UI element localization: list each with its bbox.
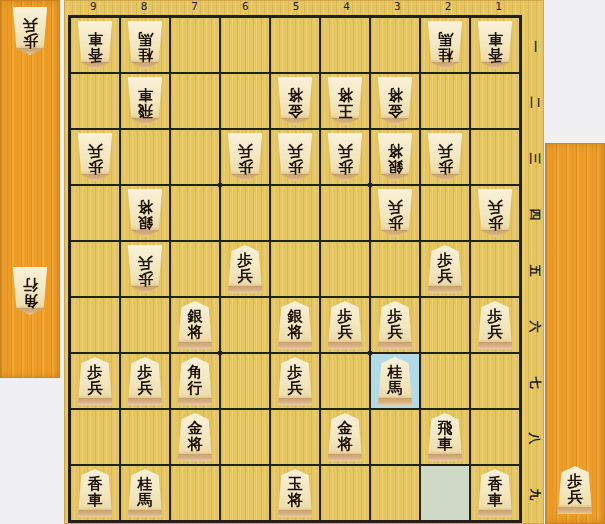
- hoshi-dot: [368, 183, 373, 188]
- square-3八[interactable]: [371, 410, 419, 464]
- square-4四[interactable]: [321, 186, 369, 240]
- square-9四[interactable]: [71, 186, 119, 240]
- piece-kanji: 飛車: [438, 420, 453, 452]
- piece-kanji: 飛車: [138, 87, 153, 119]
- square-9九[interactable]: 香車: [71, 466, 119, 520]
- square-5三[interactable]: 歩兵: [271, 130, 319, 184]
- square-2一[interactable]: 桂馬: [421, 18, 469, 72]
- rank-label-7: 七: [524, 354, 543, 410]
- square-9六[interactable]: [71, 298, 119, 352]
- sente-pawn[interactable]: 歩兵: [425, 245, 465, 293]
- file-label-8: 8: [119, 0, 170, 15]
- sente-rook[interactable]: 飛車: [425, 413, 465, 461]
- gote-lance[interactable]: 香車: [75, 21, 115, 69]
- square-4八[interactable]: 金将: [321, 410, 369, 464]
- square-7二[interactable]: [171, 74, 219, 128]
- piece-kanji: 歩兵: [388, 199, 403, 231]
- square-1九[interactable]: 香車: [471, 466, 519, 520]
- piece-kanji: 歩兵: [338, 308, 353, 340]
- square-1五[interactable]: [471, 242, 519, 296]
- piece-kanji: 歩兵: [288, 143, 303, 175]
- sente-pawn[interactable]: 歩兵: [275, 357, 315, 405]
- square-3二[interactable]: 金将: [371, 74, 419, 128]
- piece-kanji: 桂馬: [138, 31, 153, 63]
- piece-kanji: 香車: [88, 476, 103, 508]
- square-8二[interactable]: 飛車: [121, 74, 169, 128]
- gote-pawn[interactable]: 歩兵: [275, 133, 315, 181]
- square-5九[interactable]: 玉将: [271, 466, 319, 520]
- gote-pawn[interactable]: 歩兵: [125, 245, 165, 293]
- square-2三[interactable]: 歩兵: [421, 130, 469, 184]
- square-3九[interactable]: [371, 466, 419, 520]
- piece-kanji: 歩兵: [88, 364, 103, 396]
- piece-kanji: 香車: [88, 31, 103, 63]
- gote-knight[interactable]: 桂馬: [425, 21, 465, 69]
- square-1八[interactable]: [471, 410, 519, 464]
- square-8七[interactable]: 歩兵: [121, 354, 169, 408]
- gote-silver[interactable]: 銀将: [375, 133, 415, 181]
- hoshi-dot: [218, 183, 223, 188]
- square-4九[interactable]: [321, 466, 369, 520]
- square-6九[interactable]: [221, 466, 269, 520]
- square-4七[interactable]: [321, 354, 369, 408]
- sente-gold[interactable]: 金将: [175, 413, 215, 461]
- square-6七[interactable]: [221, 354, 269, 408]
- piece-kanji: 桂馬: [438, 31, 453, 63]
- gote-hand-stand: 歩兵角行: [0, 0, 60, 378]
- square-1七[interactable]: [471, 354, 519, 408]
- hoshi-dot: [218, 351, 223, 356]
- square-7五[interactable]: [171, 242, 219, 296]
- piece-kanji: 銀将: [138, 199, 153, 231]
- square-4三[interactable]: 歩兵: [321, 130, 369, 184]
- piece-kanji: 歩兵: [238, 252, 253, 284]
- file-label-3: 3: [372, 0, 423, 15]
- square-2五[interactable]: 歩兵: [421, 242, 469, 296]
- file-labels: 987654321: [68, 0, 524, 15]
- square-5五[interactable]: [271, 242, 319, 296]
- square-3六[interactable]: 歩兵: [371, 298, 419, 352]
- square-1一[interactable]: 香車: [471, 18, 519, 72]
- board-grid: 香車桂馬桂馬香車飛車金将王将金将歩兵歩兵歩兵歩兵銀将歩兵銀将歩兵歩兵歩兵歩兵歩兵…: [68, 15, 522, 523]
- square-8八[interactable]: [121, 410, 169, 464]
- square-7六[interactable]: 銀将: [171, 298, 219, 352]
- square-6三[interactable]: 歩兵: [221, 130, 269, 184]
- square-7三[interactable]: [171, 130, 219, 184]
- piece-kanji: 金将: [288, 87, 303, 119]
- piece-kanji: 歩兵: [138, 364, 153, 396]
- piece-kanji: 王将: [338, 87, 353, 119]
- rank-label-5: 五: [524, 242, 543, 298]
- file-label-2: 2: [423, 0, 474, 15]
- square-2四[interactable]: [421, 186, 469, 240]
- square-8一[interactable]: 桂馬: [121, 18, 169, 72]
- sente-pawn[interactable]: 歩兵: [325, 301, 365, 349]
- gote-pawn[interactable]: 歩兵: [475, 189, 515, 237]
- gote-pawn[interactable]: 歩兵: [325, 133, 365, 181]
- piece-kanji: 歩兵: [88, 143, 103, 175]
- gote-silver[interactable]: 銀将: [125, 189, 165, 237]
- rank-label-9: 九: [524, 466, 543, 522]
- sente-pawn[interactable]: 歩兵: [75, 357, 115, 405]
- sente-king[interactable]: 玉将: [275, 469, 315, 517]
- square-6五[interactable]: 歩兵: [221, 242, 269, 296]
- gote-gold[interactable]: 金将: [375, 77, 415, 125]
- rank-label-1: 一: [524, 18, 543, 74]
- sente-hand-pawn[interactable]: 歩兵: [555, 466, 595, 514]
- sente-silver[interactable]: 銀将: [175, 301, 215, 349]
- sente-hand-stand: 歩兵: [545, 143, 605, 524]
- file-label-6: 6: [220, 0, 271, 15]
- square-5八[interactable]: [271, 410, 319, 464]
- piece-kanji: 桂馬: [138, 476, 153, 508]
- gote-pawn[interactable]: 歩兵: [225, 133, 265, 181]
- square-3三[interactable]: 銀将: [371, 130, 419, 184]
- square-2六[interactable]: [421, 298, 469, 352]
- square-6二[interactable]: [221, 74, 269, 128]
- piece-kanji: 銀将: [388, 143, 403, 175]
- piece-kanji: 歩兵: [238, 143, 253, 175]
- square-8四[interactable]: 銀将: [121, 186, 169, 240]
- square-5二[interactable]: 金将: [271, 74, 319, 128]
- gote-pawn[interactable]: 歩兵: [75, 133, 115, 181]
- gote-knight[interactable]: 桂馬: [125, 21, 165, 69]
- file-label-4: 4: [321, 0, 372, 15]
- square-9二[interactable]: [71, 74, 119, 128]
- square-4六[interactable]: 歩兵: [321, 298, 369, 352]
- piece-kanji: 歩兵: [488, 308, 503, 340]
- square-1六[interactable]: 歩兵: [471, 298, 519, 352]
- square-4二[interactable]: 王将: [321, 74, 369, 128]
- square-1三[interactable]: [471, 130, 519, 184]
- gote-hand-bishop[interactable]: 角行: [10, 267, 50, 315]
- square-4一[interactable]: [321, 18, 369, 72]
- square-6四[interactable]: [221, 186, 269, 240]
- square-8三[interactable]: [121, 130, 169, 184]
- sente-pawn[interactable]: 歩兵: [375, 301, 415, 349]
- piece-kanji: 銀将: [288, 308, 303, 340]
- square-9七[interactable]: 歩兵: [71, 354, 119, 408]
- square-3四[interactable]: 歩兵: [371, 186, 419, 240]
- square-2二[interactable]: [421, 74, 469, 128]
- square-8六[interactable]: [121, 298, 169, 352]
- shogi-board: 987654321 香車桂馬桂馬香車飛車金将王将金将歩兵歩兵歩兵歩兵銀将歩兵銀将…: [64, 0, 544, 524]
- piece-kanji: 香車: [488, 476, 503, 508]
- square-6六[interactable]: [221, 298, 269, 352]
- sente-pawn[interactable]: 歩兵: [125, 357, 165, 405]
- square-7七[interactable]: 角行: [171, 354, 219, 408]
- square-7四[interactable]: [171, 186, 219, 240]
- square-7八[interactable]: 金将: [171, 410, 219, 464]
- square-9五[interactable]: [71, 242, 119, 296]
- square-8九[interactable]: 桂馬: [121, 466, 169, 520]
- sente-knight[interactable]: 桂馬: [375, 357, 415, 405]
- piece-kanji: 角行: [188, 364, 203, 396]
- piece-kanji: 歩兵: [388, 308, 403, 340]
- gote-lance[interactable]: 香車: [475, 21, 515, 69]
- piece-kanji: 銀将: [188, 308, 203, 340]
- piece-kanji: 桂馬: [388, 364, 403, 396]
- gote-rook[interactable]: 飛車: [125, 77, 165, 125]
- piece-kanji: 歩兵: [288, 364, 303, 396]
- file-label-9: 9: [68, 0, 119, 15]
- rank-label-6: 六: [524, 298, 543, 354]
- square-5六[interactable]: 銀将: [271, 298, 319, 352]
- sente-pawn[interactable]: 歩兵: [475, 301, 515, 349]
- file-label-1: 1: [473, 0, 524, 15]
- sente-knight[interactable]: 桂馬: [125, 469, 165, 517]
- gote-pawn[interactable]: 歩兵: [425, 133, 465, 181]
- rank-label-2: 二: [524, 74, 543, 130]
- square-8五[interactable]: 歩兵: [121, 242, 169, 296]
- gote-pawn[interactable]: 歩兵: [375, 189, 415, 237]
- file-label-7: 7: [169, 0, 220, 15]
- square-2八[interactable]: 飛車: [421, 410, 469, 464]
- square-9三[interactable]: 歩兵: [71, 130, 119, 184]
- rank-label-3: 三: [524, 130, 543, 186]
- square-2九[interactable]: [421, 466, 469, 520]
- square-1二[interactable]: [471, 74, 519, 128]
- piece-kanji: 歩兵: [568, 473, 583, 505]
- gote-king[interactable]: 王将: [325, 77, 365, 125]
- gote-gold[interactable]: 金将: [275, 77, 315, 125]
- square-6一[interactable]: [221, 18, 269, 72]
- piece-kanji: 金将: [388, 87, 403, 119]
- rank-label-8: 八: [524, 410, 543, 466]
- square-5四[interactable]: [271, 186, 319, 240]
- sente-pawn[interactable]: 歩兵: [225, 245, 265, 293]
- sente-silver[interactable]: 銀将: [275, 301, 315, 349]
- square-3五[interactable]: [371, 242, 419, 296]
- square-6八[interactable]: [221, 410, 269, 464]
- square-9八[interactable]: [71, 410, 119, 464]
- square-2七[interactable]: [421, 354, 469, 408]
- hoshi-dot: [368, 351, 373, 356]
- file-label-5: 5: [271, 0, 322, 15]
- square-7九[interactable]: [171, 466, 219, 520]
- square-5七[interactable]: 歩兵: [271, 354, 319, 408]
- square-5一[interactable]: [271, 18, 319, 72]
- piece-kanji: 香車: [488, 31, 503, 63]
- piece-kanji: 歩兵: [438, 252, 453, 284]
- piece-kanji: 歩兵: [438, 143, 453, 175]
- piece-kanji: 金将: [338, 420, 353, 452]
- piece-kanji: 歩兵: [23, 17, 38, 49]
- sente-lance[interactable]: 香車: [475, 469, 515, 517]
- square-1四[interactable]: 歩兵: [471, 186, 519, 240]
- sente-gold[interactable]: 金将: [325, 413, 365, 461]
- piece-kanji: 歩兵: [138, 255, 153, 287]
- gote-hand-pawn[interactable]: 歩兵: [10, 7, 50, 55]
- square-3七[interactable]: 桂馬: [371, 354, 419, 408]
- sente-bishop[interactable]: 角行: [175, 357, 215, 405]
- sente-lance[interactable]: 香車: [75, 469, 115, 517]
- piece-kanji: 金将: [188, 420, 203, 452]
- piece-kanji: 玉将: [288, 476, 303, 508]
- piece-kanji: 歩兵: [338, 143, 353, 175]
- rank-label-4: 四: [524, 186, 543, 242]
- square-3一[interactable]: [371, 18, 419, 72]
- square-7一[interactable]: [171, 18, 219, 72]
- square-4五[interactable]: [321, 242, 369, 296]
- square-9一[interactable]: 香車: [71, 18, 119, 72]
- piece-kanji: 角行: [23, 277, 38, 309]
- rank-labels: 一二三四五六七八九: [524, 18, 543, 522]
- piece-kanji: 歩兵: [488, 199, 503, 231]
